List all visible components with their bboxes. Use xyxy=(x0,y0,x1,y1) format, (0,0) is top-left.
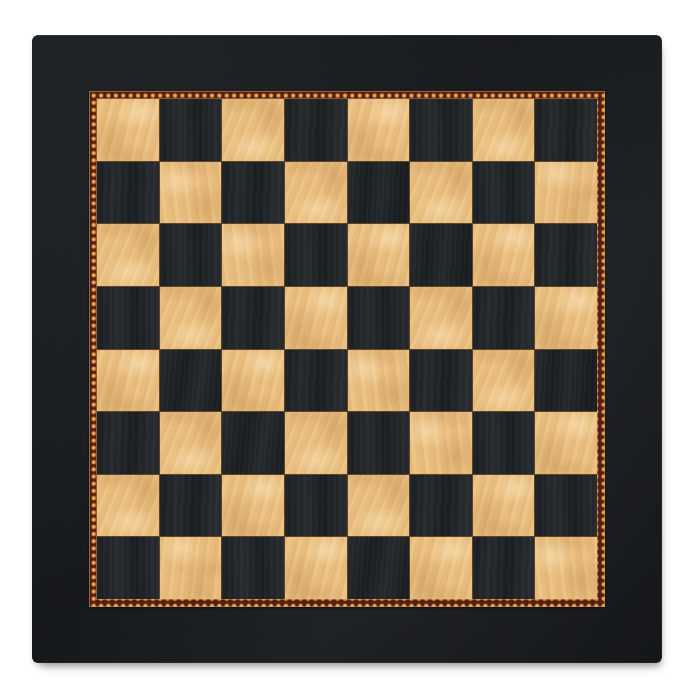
square-g7[interactable] xyxy=(473,162,535,224)
square-a8[interactable] xyxy=(97,99,159,161)
square-e8[interactable] xyxy=(348,99,410,161)
square-e5[interactable] xyxy=(348,287,410,349)
decorative-inlay-border xyxy=(89,91,605,607)
square-f2[interactable] xyxy=(410,475,472,537)
square-b4[interactable] xyxy=(160,350,222,412)
square-a3[interactable] xyxy=(97,412,159,474)
square-c7[interactable] xyxy=(222,162,284,224)
square-g4[interactable] xyxy=(473,350,535,412)
square-f5[interactable] xyxy=(410,287,472,349)
square-b3[interactable] xyxy=(160,412,222,474)
square-f8[interactable] xyxy=(410,99,472,161)
square-c3[interactable] xyxy=(222,412,284,474)
square-a2[interactable] xyxy=(97,475,159,537)
square-h6[interactable] xyxy=(535,224,597,286)
square-d7[interactable] xyxy=(285,162,347,224)
square-d5[interactable] xyxy=(285,287,347,349)
square-e7[interactable] xyxy=(348,162,410,224)
photo-background xyxy=(0,0,700,700)
square-e3[interactable] xyxy=(348,412,410,474)
square-a5[interactable] xyxy=(97,287,159,349)
square-h2[interactable] xyxy=(535,475,597,537)
square-a1[interactable] xyxy=(97,537,159,599)
square-a6[interactable] xyxy=(97,224,159,286)
square-c5[interactable] xyxy=(222,287,284,349)
squares-grid xyxy=(97,99,597,599)
square-d8[interactable] xyxy=(285,99,347,161)
square-h8[interactable] xyxy=(535,99,597,161)
square-h5[interactable] xyxy=(535,287,597,349)
square-b8[interactable] xyxy=(160,99,222,161)
square-h3[interactable] xyxy=(535,412,597,474)
square-c6[interactable] xyxy=(222,224,284,286)
square-b6[interactable] xyxy=(160,224,222,286)
square-f6[interactable] xyxy=(410,224,472,286)
square-f4[interactable] xyxy=(410,350,472,412)
square-g6[interactable] xyxy=(473,224,535,286)
square-g8[interactable] xyxy=(473,99,535,161)
square-d1[interactable] xyxy=(285,537,347,599)
square-g3[interactable] xyxy=(473,412,535,474)
square-h7[interactable] xyxy=(535,162,597,224)
square-e6[interactable] xyxy=(348,224,410,286)
square-c4[interactable] xyxy=(222,350,284,412)
square-b7[interactable] xyxy=(160,162,222,224)
square-d2[interactable] xyxy=(285,475,347,537)
square-g1[interactable] xyxy=(473,537,535,599)
square-a7[interactable] xyxy=(97,162,159,224)
square-b5[interactable] xyxy=(160,287,222,349)
square-a4[interactable] xyxy=(97,350,159,412)
square-d3[interactable] xyxy=(285,412,347,474)
square-h1[interactable] xyxy=(535,537,597,599)
square-b1[interactable] xyxy=(160,537,222,599)
square-e2[interactable] xyxy=(348,475,410,537)
square-d4[interactable] xyxy=(285,350,347,412)
chessboard-frame xyxy=(32,35,662,663)
square-c8[interactable] xyxy=(222,99,284,161)
square-g5[interactable] xyxy=(473,287,535,349)
square-d6[interactable] xyxy=(285,224,347,286)
square-c1[interactable] xyxy=(222,537,284,599)
square-f7[interactable] xyxy=(410,162,472,224)
square-f1[interactable] xyxy=(410,537,472,599)
square-c2[interactable] xyxy=(222,475,284,537)
square-b2[interactable] xyxy=(160,475,222,537)
square-e1[interactable] xyxy=(348,537,410,599)
square-h4[interactable] xyxy=(535,350,597,412)
square-f3[interactable] xyxy=(410,412,472,474)
square-e4[interactable] xyxy=(348,350,410,412)
square-g2[interactable] xyxy=(473,475,535,537)
